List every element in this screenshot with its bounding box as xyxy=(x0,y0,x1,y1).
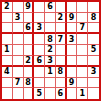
cell-r9c4[interactable]: 5 xyxy=(34,88,45,99)
cell-r3c6[interactable] xyxy=(56,23,67,34)
cell-r4c9[interactable] xyxy=(88,34,99,45)
cell-r5c2[interactable] xyxy=(13,45,24,56)
cell-r6c3[interactable]: 2 xyxy=(24,56,35,67)
cell-r2c3[interactable] xyxy=(24,13,35,24)
cell-r5c3[interactable] xyxy=(24,45,35,56)
cell-r2c7[interactable]: 9 xyxy=(67,13,78,24)
cell-r7c8[interactable] xyxy=(77,67,88,78)
cell-r2c9[interactable]: 8 xyxy=(88,13,99,24)
cell-r6c2[interactable] xyxy=(13,56,24,67)
cell-r9c8[interactable]: 1 xyxy=(77,88,88,99)
cell-r6c5[interactable]: 3 xyxy=(45,56,56,67)
cell-r3c2[interactable] xyxy=(13,23,24,34)
cell-r3c9[interactable] xyxy=(88,23,99,34)
cell-r2c4[interactable] xyxy=(34,13,45,24)
cell-r6c9[interactable] xyxy=(88,56,99,67)
cell-r7c2[interactable] xyxy=(13,67,24,78)
cell-r2c8[interactable] xyxy=(77,13,88,24)
cell-r3c1[interactable] xyxy=(2,23,13,34)
cell-r1c1[interactable]: 2 xyxy=(2,2,13,13)
cell-r3c4[interactable]: 3 xyxy=(34,23,45,34)
cell-r6c8[interactable] xyxy=(77,56,88,67)
cell-r5c9[interactable]: 5 xyxy=(88,45,99,56)
cell-r7c9[interactable]: 3 xyxy=(88,67,99,78)
cell-r4c3[interactable] xyxy=(24,34,35,45)
sudoku-board: 29632986378731252634183789561 xyxy=(0,0,101,101)
cell-r9c9[interactable] xyxy=(88,88,99,99)
cell-r1c9[interactable] xyxy=(88,2,99,13)
cell-r4c7[interactable]: 3 xyxy=(67,34,78,45)
cell-r4c2[interactable] xyxy=(13,34,24,45)
cell-r8c2[interactable]: 7 xyxy=(13,78,24,89)
cell-r7c5[interactable]: 1 xyxy=(45,67,56,78)
cell-r5c1[interactable]: 1 xyxy=(2,45,13,56)
cell-r6c7[interactable] xyxy=(67,56,78,67)
cell-r8c5[interactable] xyxy=(45,78,56,89)
cell-r9c2[interactable] xyxy=(13,88,24,99)
cell-r9c5[interactable] xyxy=(45,88,56,99)
cell-r5c8[interactable] xyxy=(77,45,88,56)
cell-r3c8[interactable]: 7 xyxy=(77,23,88,34)
cell-r2c6[interactable]: 2 xyxy=(56,13,67,24)
cell-r8c9[interactable] xyxy=(88,78,99,89)
cell-r9c7[interactable] xyxy=(67,88,78,99)
cell-r5c7[interactable] xyxy=(67,45,78,56)
cell-r1c4[interactable] xyxy=(34,2,45,13)
cell-r8c4[interactable] xyxy=(34,78,45,89)
cell-r4c1[interactable] xyxy=(2,34,13,45)
cell-r1c7[interactable] xyxy=(67,2,78,13)
cell-r1c6[interactable] xyxy=(56,2,67,13)
cell-r4c5[interactable]: 8 xyxy=(45,34,56,45)
cell-r3c7[interactable] xyxy=(67,23,78,34)
cell-r9c6[interactable]: 6 xyxy=(56,88,67,99)
cell-r7c4[interactable] xyxy=(34,67,45,78)
cell-r5c4[interactable] xyxy=(34,45,45,56)
cell-r5c6[interactable] xyxy=(56,45,67,56)
cell-r8c7[interactable]: 9 xyxy=(67,78,78,89)
cell-r7c3[interactable] xyxy=(24,67,35,78)
cell-r9c3[interactable] xyxy=(24,88,35,99)
cell-r2c2[interactable]: 3 xyxy=(13,13,24,24)
cell-r7c6[interactable]: 8 xyxy=(56,67,67,78)
cell-r5c5[interactable]: 2 xyxy=(45,45,56,56)
cell-r1c5[interactable]: 6 xyxy=(45,2,56,13)
cell-r2c1[interactable] xyxy=(2,13,13,24)
cell-r6c6[interactable] xyxy=(56,56,67,67)
cell-r8c8[interactable] xyxy=(77,78,88,89)
cell-r2c5[interactable] xyxy=(45,13,56,24)
cell-r8c6[interactable] xyxy=(56,78,67,89)
cell-r4c6[interactable]: 7 xyxy=(56,34,67,45)
cell-r1c8[interactable] xyxy=(77,2,88,13)
cell-r6c4[interactable]: 6 xyxy=(34,56,45,67)
cell-r6c1[interactable] xyxy=(2,56,13,67)
cell-r7c1[interactable]: 4 xyxy=(2,67,13,78)
cell-r3c5[interactable] xyxy=(45,23,56,34)
cell-r7c7[interactable] xyxy=(67,67,78,78)
cell-r3c3[interactable]: 6 xyxy=(24,23,35,34)
cell-r9c1[interactable] xyxy=(2,88,13,99)
cell-r1c3[interactable]: 9 xyxy=(24,2,35,13)
cell-r8c1[interactable] xyxy=(2,78,13,89)
cell-r1c2[interactable] xyxy=(13,2,24,13)
cell-r4c8[interactable] xyxy=(77,34,88,45)
cell-r4c4[interactable] xyxy=(34,34,45,45)
cell-r8c3[interactable]: 8 xyxy=(24,78,35,89)
